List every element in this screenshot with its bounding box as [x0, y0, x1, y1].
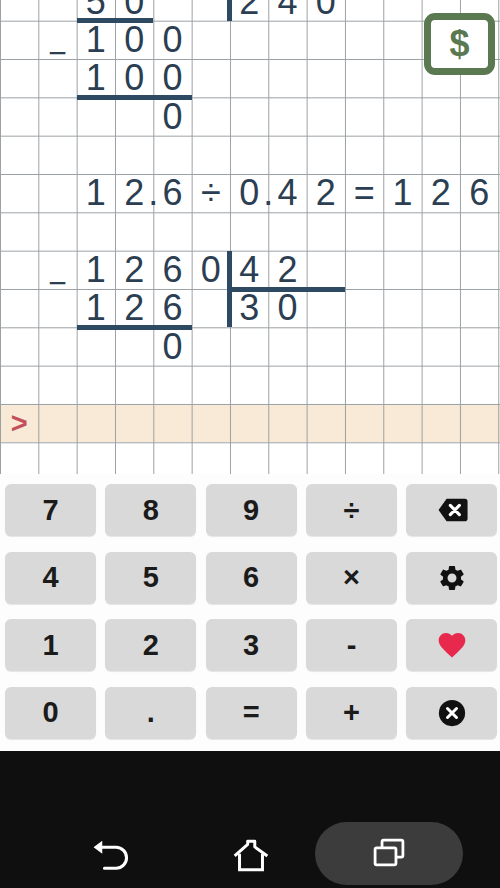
- key-backspace[interactable]: [406, 484, 497, 536]
- recents-icon: [370, 837, 408, 871]
- key-3[interactable]: 3: [206, 619, 297, 671]
- key-7[interactable]: 7: [5, 484, 96, 536]
- key-2-label: 2: [143, 629, 159, 662]
- grid-cell-r9c4: 0: [153, 327, 191, 365]
- key-8[interactable]: 8: [105, 484, 196, 536]
- grid-cell-r1c3: 0: [115, 21, 153, 59]
- grid-cell-r3c4: 0: [153, 97, 191, 135]
- grid-cell-r5c4: 6: [153, 174, 191, 212]
- division-underline: [77, 95, 192, 100]
- grid-cell-r1c2: 1: [77, 21, 115, 59]
- grid-cell-r8c6: 3: [230, 289, 268, 327]
- division-underline: [77, 325, 192, 330]
- key-close[interactable]: [406, 687, 497, 739]
- key-5[interactable]: 5: [105, 552, 196, 604]
- grid-cell-r5c5: ÷: [192, 174, 230, 212]
- key-4-label: 4: [42, 561, 58, 594]
- grid-cell-r5c6: 0.: [230, 174, 268, 212]
- worksheet-content: 50240100100012.6÷0.42=126126042126300−−>: [0, 0, 500, 474]
- grid-cell-r0c7: 4: [268, 0, 306, 21]
- grid-cell-r0c8: 0: [307, 0, 345, 21]
- key-9[interactable]: 9: [206, 484, 297, 536]
- grid-cell-r5c8: 2: [307, 174, 345, 212]
- grid-cell-r7c6: 4: [230, 251, 268, 289]
- back-icon: [92, 839, 130, 871]
- grid-cell-r5c2: 1: [77, 174, 115, 212]
- key-equals[interactable]: =: [206, 687, 297, 739]
- app-screen: 50240100100012.6÷0.42=126126042126300−−>…: [0, 0, 500, 888]
- key-plus[interactable]: +: [306, 687, 397, 739]
- key-0[interactable]: 0: [5, 687, 96, 739]
- dollar-icon: $: [449, 26, 469, 62]
- backspace-icon: [435, 497, 469, 523]
- division-underline: [77, 18, 154, 23]
- grid-cell-r7c5: 0: [192, 251, 230, 289]
- key-0-label: 0: [42, 696, 58, 729]
- grid-cell-r8c3: 2: [115, 289, 153, 327]
- key-equals-label: =: [243, 696, 260, 729]
- key-multiply[interactable]: ×: [306, 552, 397, 604]
- settings-gear-icon: [437, 563, 467, 593]
- minus-sign: −: [38, 34, 76, 72]
- key-8-label: 8: [143, 494, 159, 527]
- grid-cell-r7c7: 2: [268, 251, 306, 289]
- key-divide[interactable]: ÷: [306, 484, 397, 536]
- grid-cell-r0c6: 2: [230, 0, 268, 21]
- key-decimal-label: .: [147, 696, 155, 729]
- key-minus[interactable]: -: [306, 619, 397, 671]
- grid-cell-r1c4: 0: [153, 21, 191, 59]
- key-divide-label: ÷: [344, 494, 360, 527]
- key-plus-label: +: [343, 696, 360, 729]
- key-decimal[interactable]: .: [105, 687, 196, 739]
- grid-cell-r5c11: 2: [422, 174, 460, 212]
- home-nav-button[interactable]: [220, 829, 282, 881]
- key-5-label: 5: [143, 561, 159, 594]
- grid-cell-r8c7: 0: [268, 289, 306, 327]
- key-4[interactable]: 4: [5, 552, 96, 604]
- android-navbar: [0, 751, 500, 888]
- key-6[interactable]: 6: [206, 552, 297, 604]
- grid-cell-r2c2: 1: [77, 59, 115, 97]
- grid-cell-r5c7: 4: [268, 174, 306, 212]
- key-3-label: 3: [243, 629, 259, 662]
- grid-cell-r2c3: 0: [115, 59, 153, 97]
- division-underline: [230, 287, 345, 292]
- close-icon: [437, 698, 467, 728]
- minus-sign: −: [38, 264, 76, 302]
- key-1[interactable]: 1: [5, 619, 96, 671]
- grid-cell-r5c10: 1: [383, 174, 421, 212]
- key-6-label: 6: [243, 561, 259, 594]
- keypad-panel: 789÷456×123-0.=+: [0, 474, 500, 751]
- worksheet-grid-paper: 50240100100012.6÷0.42=126126042126300−−>…: [0, 0, 500, 474]
- grid-cell-r8c2: 1: [77, 289, 115, 327]
- home-icon: [232, 839, 270, 872]
- division-bar: [227, 251, 232, 328]
- key-2[interactable]: 2: [105, 619, 196, 671]
- key-9-label: 9: [243, 494, 259, 527]
- grid-cell-r5c9: =: [345, 174, 383, 212]
- prompt-caret: >: [0, 404, 38, 442]
- key-minus-label: -: [347, 629, 357, 662]
- grid-cell-r5c12: 6: [460, 174, 498, 212]
- key-7-label: 7: [42, 494, 58, 527]
- grid-cell-r7c4: 6: [153, 251, 191, 289]
- key-multiply-label: ×: [343, 561, 360, 594]
- grid-cell-r5c3: 2.: [115, 174, 153, 212]
- coins-badge[interactable]: $: [424, 13, 495, 75]
- recents-nav-button[interactable]: [315, 822, 463, 885]
- key-1-label: 1: [42, 629, 58, 662]
- grid-cell-r8c4: 6: [153, 289, 191, 327]
- heart-icon: [436, 630, 468, 660]
- key-favorite[interactable]: [406, 619, 497, 671]
- key-settings[interactable]: [406, 552, 497, 604]
- division-bar: [227, 0, 232, 21]
- back-nav-button[interactable]: [80, 829, 142, 881]
- grid-cell-r7c2: 1: [77, 251, 115, 289]
- grid-cell-r2c4: 0: [153, 59, 191, 97]
- grid-cell-r7c3: 2: [115, 251, 153, 289]
